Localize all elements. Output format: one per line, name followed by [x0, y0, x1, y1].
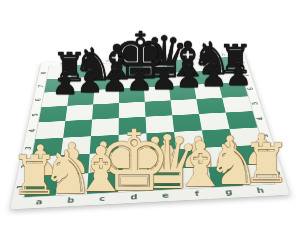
piece-black-pawn-h7[interactable]: ♟	[225, 60, 252, 90]
piece-black-pawn-d7[interactable]: ♟	[126, 65, 153, 95]
pieces-layer: ♜♞♝♚♛♝♞♜♟♟♟♟♟♟♟♟♟♟♟♟♟♟♟♟♜♞♝♚♛♝♞♜	[0, 0, 300, 236]
piece-black-pawn-a7[interactable]: ♟	[52, 69, 79, 99]
piece-black-pawn-c7[interactable]: ♟	[102, 66, 129, 96]
piece-black-pawn-b7[interactable]: ♟	[77, 67, 104, 97]
piece-black-pawn-f7[interactable]: ♟	[176, 62, 203, 92]
piece-white-rook-a1[interactable]: ♜	[10, 149, 58, 203]
piece-black-pawn-e7[interactable]: ♟	[151, 64, 178, 94]
photo-background: abcdefgh 87654321 87654321 abcdefgh ♜♞♝♚…	[0, 0, 300, 236]
piece-black-pawn-g7[interactable]: ♟	[201, 61, 228, 91]
